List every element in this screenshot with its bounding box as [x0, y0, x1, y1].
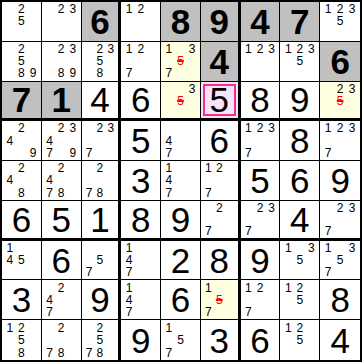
- candidate-2: 2: [135, 43, 147, 55]
- candidate-7: 7: [322, 147, 334, 159]
- candidate-6: [105, 334, 116, 347]
- candidate-9: [147, 67, 159, 79]
- candidate-grid: 2478: [42, 161, 81, 200]
- cell-r4c8[interactable]: 8: [280, 121, 320, 161]
- given-digit: 1: [51, 82, 70, 117]
- candidate-9: 9: [67, 147, 79, 159]
- candidate-2: 2: [254, 122, 266, 134]
- candidate-grid: 237: [241, 201, 280, 238]
- cell-r3c8[interactable]: 9: [280, 82, 320, 122]
- candidate-2: 2: [55, 43, 67, 55]
- cell-r2c5[interactable]: 1357: [161, 42, 201, 82]
- candidate-5: 5: [16, 254, 28, 266]
- cell-r9c1[interactable]: 1258: [2, 320, 42, 360]
- candidate-8: [16, 266, 28, 278]
- cell-r3c5[interactable]: 35: [161, 82, 201, 122]
- candidate-5: 5: [16, 15, 28, 27]
- cell-r9c5[interactable]: 157: [161, 320, 201, 360]
- candidate-4: [123, 15, 135, 27]
- candidate-grid: 127: [121, 42, 160, 81]
- candidate-8: [294, 266, 306, 278]
- candidate-7: 7: [163, 67, 175, 79]
- candidate-3: [225, 281, 236, 293]
- candidate-grid: 2589: [2, 42, 41, 81]
- candidate-8: [214, 225, 225, 237]
- cell-r7c6[interactable]: 8: [201, 241, 241, 281]
- candidate-6: [306, 55, 318, 67]
- solved-digit: 5: [131, 123, 150, 158]
- candidate-3: 3: [186, 43, 198, 55]
- cell-r7c3[interactable]: 57: [82, 241, 122, 281]
- candidate-2: 2: [254, 202, 266, 214]
- candidate-9: [186, 187, 198, 199]
- candidate-8: [175, 147, 187, 159]
- cell-r3c4[interactable]: 6: [121, 82, 161, 122]
- candidate-2: 2: [334, 122, 346, 134]
- candidate-9: 9: [27, 147, 39, 159]
- cell-r5c7[interactable]: 5: [241, 161, 281, 201]
- candidate-5: 5: [294, 254, 306, 266]
- candidate-6: [105, 174, 116, 186]
- candidate-4: 4: [4, 254, 16, 266]
- candidate-5: 5: [94, 334, 105, 347]
- solved-digit: 9: [290, 82, 309, 117]
- candidate-3: 3: [105, 43, 116, 55]
- sudoku-board: 2523612894712352589238923581271357412312…: [0, 0, 362, 362]
- candidate-5: 5: [94, 254, 105, 266]
- cell-r9c3[interactable]: 2578: [82, 320, 122, 360]
- cell-r8c7[interactable]: 127: [241, 280, 281, 320]
- cell-r9c8[interactable]: 125: [280, 320, 320, 360]
- cell-r3c2[interactable]: 1: [42, 82, 82, 122]
- cell-r8c5[interactable]: 6: [161, 280, 201, 320]
- candidate-9: [346, 266, 358, 278]
- candidate-3: [186, 321, 198, 334]
- cell-r7c9[interactable]: 1357: [320, 241, 360, 281]
- candidate-7: [322, 28, 334, 40]
- cell-r4c9[interactable]: 1237: [320, 121, 360, 161]
- cell-r5c4[interactable]: 3: [121, 161, 161, 201]
- cell-r6c2[interactable]: 5: [42, 201, 82, 241]
- solved-digit: 9: [330, 163, 349, 198]
- solved-digit: 9: [171, 202, 190, 237]
- cell-r6c7[interactable]: 237: [241, 201, 281, 241]
- candidate-6: [27, 254, 39, 266]
- candidate-grid: 147: [121, 280, 160, 319]
- candidate-grid: 123: [241, 42, 280, 81]
- candidate-5: [55, 15, 67, 27]
- candidate-7: [282, 306, 294, 318]
- cell-r1c5[interactable]: 8: [161, 2, 201, 42]
- candidate-2: [175, 321, 187, 334]
- candidate-5: [94, 135, 105, 147]
- candidate-8: 8: [94, 187, 105, 199]
- candidate-7: [4, 67, 16, 79]
- candidate-1: [84, 43, 95, 55]
- cell-r7c5[interactable]: 2: [161, 241, 201, 281]
- candidate-3: 3: [266, 43, 278, 55]
- candidate-9: [105, 67, 116, 79]
- candidate-9: [266, 67, 278, 79]
- candidate-1: 1: [282, 281, 294, 293]
- cell-r7c1[interactable]: 145: [2, 241, 42, 281]
- candidate-6: [225, 174, 236, 186]
- candidate-8: [294, 67, 306, 79]
- candidate-3: 3: [266, 202, 278, 214]
- candidate-grid: 247: [42, 280, 81, 319]
- solved-digit: 3: [131, 163, 150, 198]
- candidate-9: 9: [67, 67, 79, 79]
- cell-r6c5[interactable]: 9: [161, 201, 201, 241]
- cell-r3c1[interactable]: 7: [2, 82, 42, 122]
- cell-r2c8[interactable]: 1235: [280, 42, 320, 82]
- candidate-9: [186, 107, 198, 118]
- cell-r5c6[interactable]: 127: [201, 161, 241, 201]
- candidate-3: [27, 242, 39, 254]
- candidate-5: [55, 294, 67, 306]
- cell-r2c6[interactable]: 4: [201, 42, 241, 82]
- candidate-9: [67, 28, 79, 40]
- cell-r6c6[interactable]: 27: [201, 201, 241, 241]
- candidate-4: [84, 334, 95, 347]
- candidate-4: [322, 135, 334, 147]
- candidate-3: [147, 242, 159, 254]
- cell-r9c9[interactable]: 4: [320, 320, 360, 360]
- candidate-1: 1: [203, 162, 214, 174]
- candidate-6: [346, 214, 358, 225]
- cell-r2c9[interactable]: 6: [320, 42, 360, 82]
- cell-r1c7[interactable]: 4: [241, 2, 281, 42]
- cell-r6c8[interactable]: 4: [280, 201, 320, 241]
- cell-r5c1[interactable]: 248: [2, 161, 42, 201]
- candidate-7: 7: [322, 266, 334, 278]
- candidate-3: 3: [306, 43, 318, 55]
- candidate-1: 1: [322, 122, 334, 134]
- candidate-1: 1: [282, 242, 294, 254]
- candidate-grid: 1357: [320, 241, 360, 280]
- candidate-4: [44, 55, 56, 67]
- candidate-6: [147, 294, 159, 306]
- candidate-7: 7: [84, 266, 95, 278]
- candidate-4: [84, 55, 95, 67]
- cell-r1c3[interactable]: 6: [82, 2, 122, 42]
- candidate-9: [306, 346, 318, 359]
- candidate-6: [27, 174, 39, 186]
- cell-r5c3[interactable]: 278: [82, 161, 122, 201]
- candidate-1: 1: [4, 321, 16, 334]
- solved-digit: 9: [131, 323, 150, 358]
- cell-r9c4[interactable]: 9: [121, 320, 161, 360]
- candidate-6: [266, 55, 278, 67]
- candidate-9: [147, 266, 159, 278]
- candidate-8: [334, 28, 346, 40]
- solved-digit: 6: [290, 163, 309, 198]
- cell-r6c3[interactable]: 1: [82, 201, 122, 241]
- cell-r6c1[interactable]: 6: [2, 201, 42, 241]
- cell-r5c2[interactable]: 2478: [42, 161, 82, 201]
- candidate-1: 1: [243, 43, 255, 55]
- cell-r2c7[interactable]: 123: [241, 42, 281, 82]
- candidate-8: [254, 225, 266, 237]
- candidate-grid: 135: [280, 241, 319, 280]
- candidate-grid: 125: [280, 280, 319, 319]
- candidate-3: 3: [346, 3, 358, 15]
- candidate-2: 2: [16, 321, 28, 334]
- candidate-9: 9: [27, 67, 39, 79]
- cell-r9c2[interactable]: 278: [42, 320, 82, 360]
- candidate-grid: 278: [42, 320, 81, 360]
- given-digit: 9: [210, 4, 229, 39]
- cell-r4c2[interactable]: 23479: [42, 121, 82, 161]
- candidate-7: [243, 67, 255, 79]
- candidate-2: 2: [214, 202, 225, 214]
- candidate-7: 7: [243, 306, 255, 318]
- candidate-1: 1: [123, 281, 135, 293]
- candidate-7: [322, 107, 334, 118]
- cell-r8c3[interactable]: 9: [82, 280, 122, 320]
- candidate-5: 5: [175, 55, 187, 67]
- candidate-7: [163, 107, 175, 118]
- candidate-7: 7: [203, 225, 214, 237]
- candidate-5: [254, 214, 266, 225]
- given-digit: 7: [12, 82, 31, 117]
- candidate-6: [266, 214, 278, 225]
- candidate-7: 7: [203, 306, 214, 318]
- solved-digit: 8: [330, 282, 349, 317]
- candidate-grid: 23479: [42, 121, 81, 160]
- candidate-2: 2: [294, 281, 306, 293]
- candidate-grid: 57: [82, 241, 119, 280]
- cell-r8c6[interactable]: 157: [201, 280, 241, 320]
- solved-digit: 4: [90, 82, 109, 117]
- solved-digit: 9: [250, 243, 269, 278]
- candidate-7: 7: [44, 346, 56, 359]
- candidate-8: [94, 147, 105, 159]
- candidate-7: 7: [322, 225, 334, 237]
- cell-r4c7[interactable]: 1237: [241, 121, 281, 161]
- given-digit: 6: [90, 4, 109, 39]
- candidate-7: 7: [84, 147, 95, 159]
- cell-r4c5[interactable]: 47: [161, 121, 201, 161]
- candidate-8: [214, 306, 225, 318]
- candidate-3: [147, 3, 159, 15]
- candidate-grid: 145: [2, 241, 41, 280]
- candidate-1: [322, 202, 334, 214]
- candidate-8: [55, 28, 67, 40]
- given-digit: 4: [210, 44, 229, 79]
- cell-r5c8[interactable]: 6: [280, 161, 320, 201]
- cell-r1c6[interactable]: 9: [201, 2, 241, 42]
- cell-r7c7[interactable]: 9: [241, 241, 281, 281]
- cell-r8c4[interactable]: 147: [121, 280, 161, 320]
- candidate-4: 4: [44, 174, 56, 186]
- cell-r3c7[interactable]: 8: [241, 82, 281, 122]
- candidate-4: [243, 135, 255, 147]
- candidate-4: 4: [44, 135, 56, 147]
- candidate-5: [334, 214, 346, 225]
- candidate-grid: 2389: [42, 42, 81, 81]
- cell-r3c6[interactable]: 5: [201, 82, 241, 122]
- candidate-9: [225, 225, 236, 237]
- candidate-2: 2: [55, 162, 67, 174]
- candidate-9: [266, 147, 278, 159]
- candidate-grid: 1237: [241, 121, 280, 160]
- candidate-1: [322, 83, 334, 95]
- cell-r4c1[interactable]: 249: [2, 121, 42, 161]
- cell-r9c6[interactable]: 3: [201, 320, 241, 360]
- candidate-1: [84, 242, 95, 254]
- candidate-7: 7: [44, 187, 56, 199]
- candidate-1: [84, 122, 95, 134]
- candidate-2: 2: [16, 162, 28, 174]
- candidate-grid: 249: [2, 121, 41, 160]
- candidate-5: 5: [334, 95, 346, 107]
- solved-digit: 8: [290, 123, 309, 158]
- candidate-3: [67, 321, 79, 334]
- candidate-6: [266, 294, 278, 306]
- candidate-1: [44, 122, 56, 134]
- candidate-8: [334, 107, 346, 118]
- candidate-grid: 1357: [161, 42, 200, 81]
- candidate-4: 4: [4, 135, 16, 147]
- candidate-3: 3: [346, 202, 358, 214]
- candidate-6: [67, 294, 79, 306]
- candidate-9: [346, 28, 358, 40]
- candidate-8: [175, 107, 187, 118]
- cell-r8c9[interactable]: 8: [320, 280, 360, 320]
- cell-r2c2[interactable]: 2389: [42, 42, 82, 82]
- candidate-4: [84, 135, 95, 147]
- candidate-6: [306, 254, 318, 266]
- candidate-7: 7: [243, 225, 255, 237]
- candidate-3: [306, 281, 318, 293]
- candidate-8: 8: [16, 346, 28, 359]
- cell-r1c2[interactable]: 23: [42, 2, 82, 42]
- candidate-3: [225, 162, 236, 174]
- candidate-4: [322, 95, 334, 107]
- candidate-6: [346, 135, 358, 147]
- cell-r1c4[interactable]: 12: [121, 2, 161, 42]
- cell-r2c3[interactable]: 2358: [82, 42, 122, 82]
- cell-r1c1[interactable]: 25: [2, 2, 42, 42]
- solved-digit: 3: [210, 323, 229, 358]
- candidate-3: 3: [346, 122, 358, 134]
- candidate-2: [214, 281, 225, 293]
- candidate-7: 7: [203, 187, 214, 199]
- candidate-1: 1: [282, 43, 294, 55]
- candidate-1: [44, 3, 56, 15]
- candidate-1: 1: [243, 122, 255, 134]
- candidate-1: [203, 202, 214, 214]
- cell-r2c1[interactable]: 2589: [2, 42, 42, 82]
- candidate-7: [4, 346, 16, 359]
- candidate-6: [67, 135, 79, 147]
- cell-r7c4[interactable]: 147: [121, 241, 161, 281]
- candidate-2: 2: [135, 3, 147, 15]
- cell-r3c9[interactable]: 235: [320, 82, 360, 122]
- candidate-grid: 1235: [280, 42, 319, 81]
- candidate-3: 3: [346, 83, 358, 95]
- cell-r8c1[interactable]: 3: [2, 280, 42, 320]
- candidate-6: [105, 55, 116, 67]
- candidate-8: [334, 266, 346, 278]
- candidate-grid: 1237: [320, 121, 360, 160]
- candidate-5: 5: [294, 55, 306, 67]
- candidate-3: [266, 281, 278, 293]
- cell-r5c5[interactable]: 147: [161, 161, 201, 201]
- cell-r8c8[interactable]: 125: [280, 280, 320, 320]
- candidate-6: [67, 174, 79, 186]
- cell-r1c8[interactable]: 7: [280, 2, 320, 42]
- candidate-8: [294, 346, 306, 359]
- candidate-1: [243, 202, 255, 214]
- candidate-6: [186, 135, 198, 147]
- cell-r4c3[interactable]: 237: [82, 121, 122, 161]
- candidate-3: [67, 162, 79, 174]
- candidate-6: [147, 15, 159, 27]
- candidate-9: [27, 28, 39, 40]
- cell-r1c9[interactable]: 1235: [320, 2, 360, 42]
- cell-r7c2[interactable]: 6: [42, 241, 82, 281]
- candidate-4: [4, 334, 16, 347]
- candidate-grid: 248: [2, 161, 41, 200]
- candidate-9: [105, 187, 116, 199]
- candidate-7: 7: [123, 306, 135, 318]
- candidate-4: [282, 334, 294, 347]
- cell-r6c9[interactable]: 237: [320, 201, 360, 241]
- cell-r9c7[interactable]: 6: [241, 320, 281, 360]
- candidate-2: 2: [334, 83, 346, 95]
- cell-r5c9[interactable]: 9: [320, 161, 360, 201]
- cell-r4c4[interactable]: 5: [121, 121, 161, 161]
- candidate-2: 2: [55, 3, 67, 15]
- cell-r3c3[interactable]: 4: [82, 82, 122, 122]
- candidate-5: 5: [214, 294, 225, 306]
- cell-r8c2[interactable]: 247: [42, 280, 82, 320]
- given-digit: 8: [171, 4, 190, 39]
- candidate-2: [135, 281, 147, 293]
- candidate-2: [175, 122, 187, 134]
- cell-r2c4[interactable]: 127: [121, 42, 161, 82]
- candidate-9: [306, 306, 318, 318]
- candidate-7: 7: [44, 147, 56, 159]
- candidate-8: [135, 306, 147, 318]
- candidate-5: [55, 174, 67, 186]
- cell-r7c8[interactable]: 135: [280, 241, 320, 281]
- cell-r6c4[interactable]: 8: [121, 201, 161, 241]
- candidate-grid: 237: [82, 121, 119, 160]
- given-digit: 6: [330, 44, 349, 79]
- candidate-5: 5: [16, 334, 28, 347]
- solved-digit: 6: [12, 202, 31, 237]
- candidate-3: [27, 162, 39, 174]
- candidate-8: 8: [94, 67, 105, 79]
- candidate-7: 7: [163, 147, 175, 159]
- candidate-4: 4: [163, 135, 175, 147]
- candidate-6: [306, 294, 318, 306]
- candidate-1: [44, 43, 56, 55]
- cell-r4c6[interactable]: 6: [201, 121, 241, 161]
- candidate-1: 1: [322, 242, 334, 254]
- candidate-6: [346, 254, 358, 266]
- candidate-4: [44, 334, 56, 347]
- candidate-5: 5: [294, 334, 306, 347]
- candidate-3: [27, 43, 39, 55]
- candidate-7: [123, 28, 135, 40]
- candidate-grid: 127: [201, 161, 238, 200]
- candidate-6: [105, 254, 116, 266]
- solved-digit: 5: [250, 163, 269, 198]
